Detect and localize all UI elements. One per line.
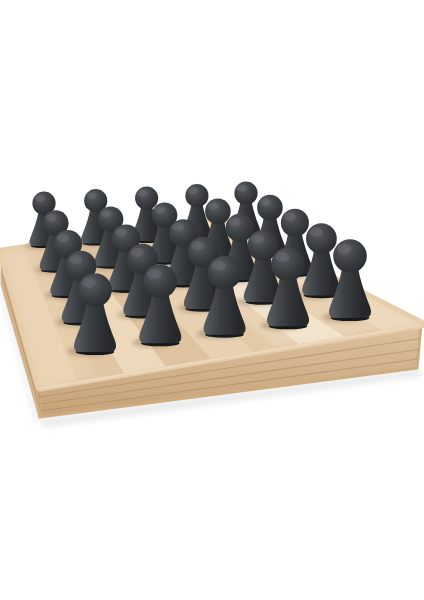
pawn-board-photo bbox=[0, 0, 424, 600]
product-photo bbox=[0, 0, 424, 600]
